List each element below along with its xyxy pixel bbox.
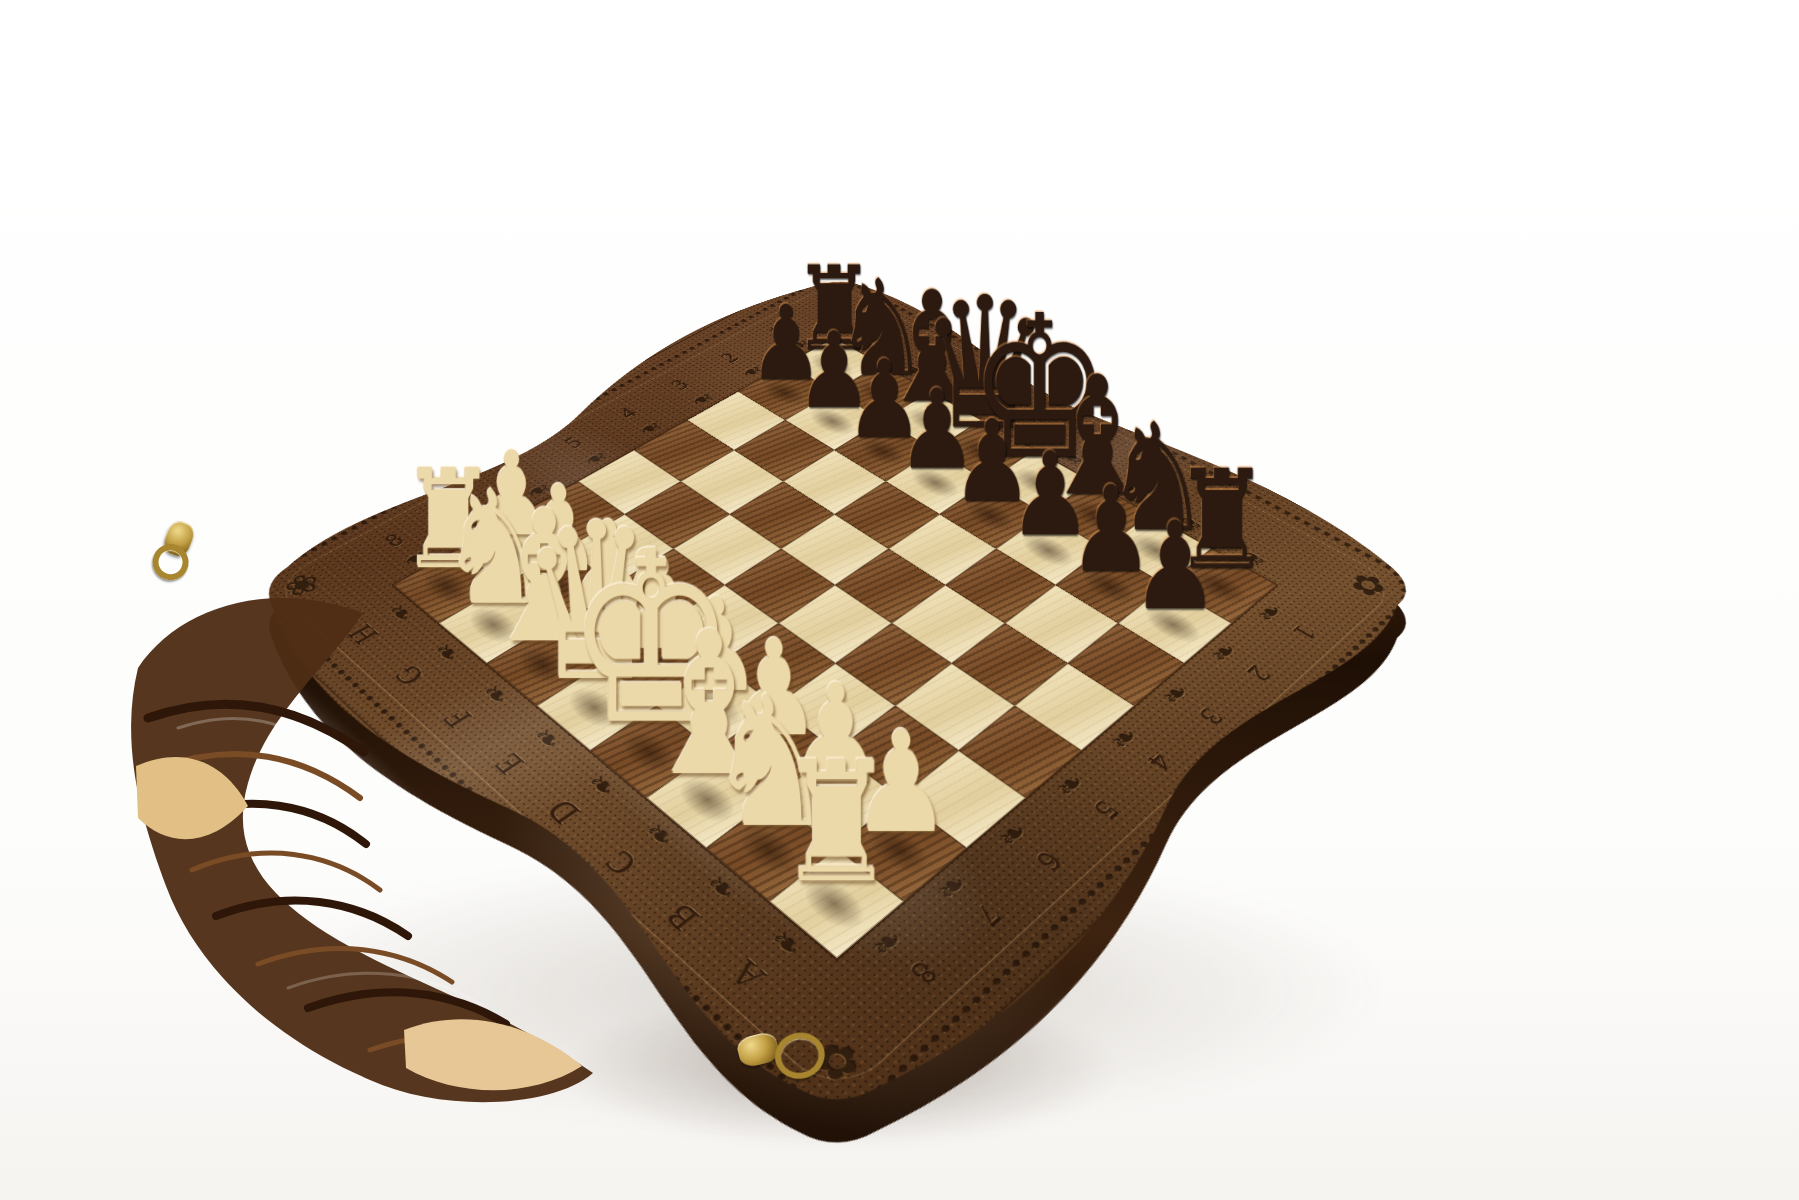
- chess-grid: ♜♞♝♛♚♝♞♜♟♟♟♟♟♟♟♟♟♟♟♟♟♟♟♟♜♞♝♛♚♝♞♜: [394, 338, 1276, 958]
- rank-label-right-2: 2: [1211, 641, 1309, 707]
- piece-light-rook[interactable]: ♜: [720, 745, 954, 902]
- brass-clasp-left: [147, 514, 210, 584]
- brass-clasp-ring: [770, 1027, 830, 1084]
- piece-dark-pawn[interactable]: ♟: [1077, 508, 1274, 623]
- brass-clasp-plate: [735, 1030, 781, 1069]
- product-photo-scene: ❧❧❧❧❧❧❧❧ ❧❧❧❧❧❧❧❧ ❧❧❧❧❧❧❧❧ ❧❧❧❧❧❧❧❧ ✿ ✿ …: [0, 0, 1799, 1200]
